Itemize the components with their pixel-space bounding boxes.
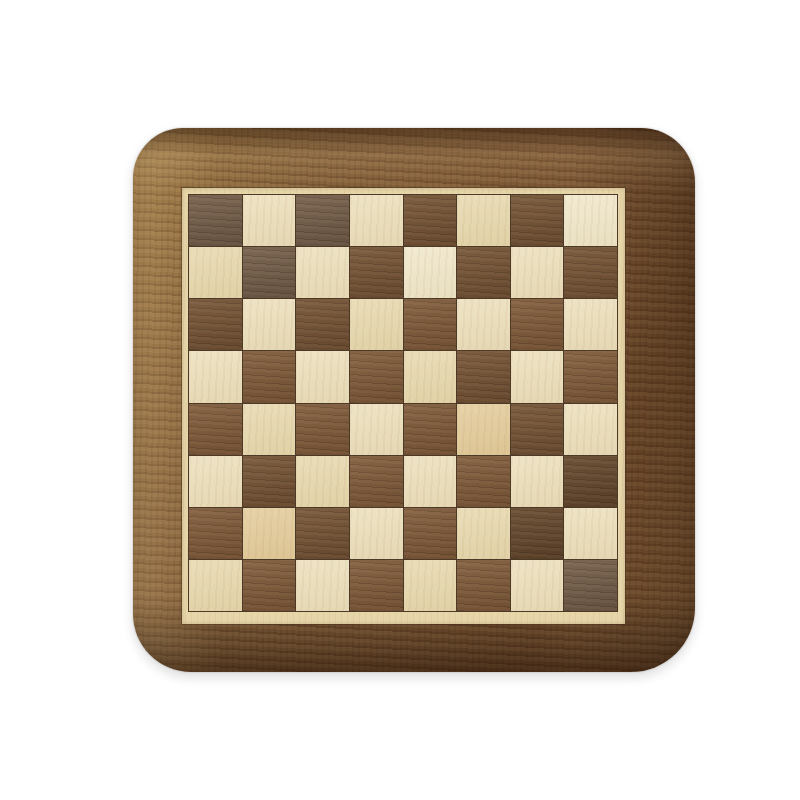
square-h3[interactable]: [564, 456, 617, 507]
board-grid: [188, 194, 618, 612]
square-c7[interactable]: [296, 247, 349, 298]
square-e2[interactable]: [404, 508, 457, 559]
square-g5[interactable]: [511, 351, 564, 402]
square-e1[interactable]: [404, 560, 457, 611]
square-b2[interactable]: [243, 508, 296, 559]
square-h6[interactable]: [564, 299, 617, 350]
square-f8[interactable]: [457, 195, 510, 246]
square-a8[interactable]: [189, 195, 242, 246]
photo-background: [0, 0, 800, 800]
square-b7[interactable]: [243, 247, 296, 298]
square-d6[interactable]: [350, 299, 403, 350]
square-f6[interactable]: [457, 299, 510, 350]
square-a5[interactable]: [189, 351, 242, 402]
square-f5[interactable]: [457, 351, 510, 402]
square-a1[interactable]: [189, 560, 242, 611]
square-h5[interactable]: [564, 351, 617, 402]
square-h7[interactable]: [564, 247, 617, 298]
board-maple-border: [182, 188, 625, 624]
square-d4[interactable]: [350, 404, 403, 455]
square-c5[interactable]: [296, 351, 349, 402]
square-e5[interactable]: [404, 351, 457, 402]
square-d7[interactable]: [350, 247, 403, 298]
square-g1[interactable]: [511, 560, 564, 611]
square-g6[interactable]: [511, 299, 564, 350]
square-d5[interactable]: [350, 351, 403, 402]
square-c8[interactable]: [296, 195, 349, 246]
square-c6[interactable]: [296, 299, 349, 350]
square-b5[interactable]: [243, 351, 296, 402]
square-b6[interactable]: [243, 299, 296, 350]
square-h2[interactable]: [564, 508, 617, 559]
square-c1[interactable]: [296, 560, 349, 611]
square-b3[interactable]: [243, 456, 296, 507]
square-d1[interactable]: [350, 560, 403, 611]
square-f1[interactable]: [457, 560, 510, 611]
square-e8[interactable]: [404, 195, 457, 246]
square-c4[interactable]: [296, 404, 349, 455]
square-g7[interactable]: [511, 247, 564, 298]
square-g3[interactable]: [511, 456, 564, 507]
square-b4[interactable]: [243, 404, 296, 455]
square-f7[interactable]: [457, 247, 510, 298]
square-g8[interactable]: [511, 195, 564, 246]
square-c3[interactable]: [296, 456, 349, 507]
square-a2[interactable]: [189, 508, 242, 559]
square-g4[interactable]: [511, 404, 564, 455]
chess-board-frame: [133, 128, 695, 672]
square-c2[interactable]: [296, 508, 349, 559]
square-a3[interactable]: [189, 456, 242, 507]
square-a4[interactable]: [189, 404, 242, 455]
square-d2[interactable]: [350, 508, 403, 559]
square-a7[interactable]: [189, 247, 242, 298]
square-e7[interactable]: [404, 247, 457, 298]
square-e6[interactable]: [404, 299, 457, 350]
square-f3[interactable]: [457, 456, 510, 507]
square-h1[interactable]: [564, 560, 617, 611]
square-f4[interactable]: [457, 404, 510, 455]
square-d3[interactable]: [350, 456, 403, 507]
square-e4[interactable]: [404, 404, 457, 455]
square-b8[interactable]: [243, 195, 296, 246]
square-a6[interactable]: [189, 299, 242, 350]
square-d8[interactable]: [350, 195, 403, 246]
square-f2[interactable]: [457, 508, 510, 559]
square-h8[interactable]: [564, 195, 617, 246]
square-g2[interactable]: [511, 508, 564, 559]
square-b1[interactable]: [243, 560, 296, 611]
square-e3[interactable]: [404, 456, 457, 507]
square-h4[interactable]: [564, 404, 617, 455]
